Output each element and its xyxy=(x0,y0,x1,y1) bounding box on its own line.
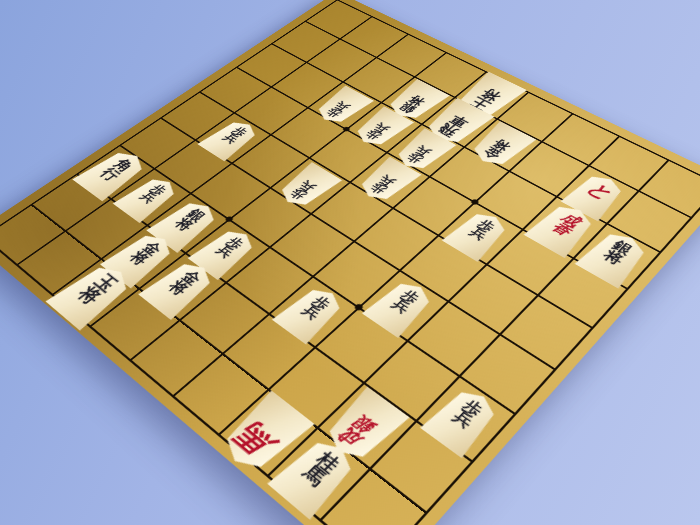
piece-kanji: 飛車 xyxy=(436,114,471,139)
shogi-board: 王将銀将飛車金将と歩兵歩兵歩兵成香銀将歩兵歩兵歩兵歩兵歩兵角行歩兵銀将歩兵歩兵歩… xyxy=(0,0,700,525)
piece-kanji: 金将 xyxy=(127,240,164,268)
piece-kanji: 歩兵 xyxy=(389,288,422,315)
piece-kanji: 歩兵 xyxy=(450,398,485,431)
piece-kanji: と xyxy=(583,178,617,202)
piece-kanji: 金将 xyxy=(166,268,204,297)
piece-kanji: 銀将 xyxy=(173,207,208,233)
piece-kanji: 桂馬 xyxy=(300,449,343,489)
piece-kanji: 銀将 xyxy=(397,94,427,115)
piece-kanji: 成香 xyxy=(550,211,584,238)
piece-kanji: 歩兵 xyxy=(364,122,392,141)
piece-kanji: 歩兵 xyxy=(288,179,318,201)
piece-kanji: 成銀 xyxy=(337,413,378,451)
piece-kanji: 歩兵 xyxy=(368,174,397,196)
piece-kanji: 歩兵 xyxy=(214,236,246,260)
piece-kanji: 歩兵 xyxy=(324,100,351,119)
piece-kanji: 歩兵 xyxy=(467,218,497,242)
piece-kanji: 歩兵 xyxy=(299,294,332,321)
piece-kanji: 銀将 xyxy=(601,238,635,266)
piece-kanji: 歩兵 xyxy=(138,183,169,205)
photo-background: 王将銀将飛車金将と歩兵歩兵歩兵成香銀将歩兵歩兵歩兵歩兵歩兵角行歩兵銀将歩兵歩兵歩… xyxy=(0,0,700,525)
piece-kanji: 金将 xyxy=(481,137,513,160)
piece-kanji: 歩兵 xyxy=(221,126,250,145)
piece-kanji: 歩兵 xyxy=(405,144,433,164)
